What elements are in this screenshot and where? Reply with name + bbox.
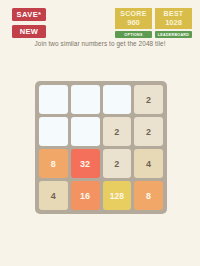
app-screen: SAVE* NEW SCORE 960 OPTIONS BEST 1028 LE… xyxy=(0,0,200,266)
score-value: 960 xyxy=(127,18,140,27)
tile-4: 4 xyxy=(134,149,163,178)
leaderboard-button[interactable]: LEADERBOARD xyxy=(155,31,192,38)
board-grid: 222832244161288 xyxy=(39,85,163,210)
tile-4: 4 xyxy=(39,181,68,210)
new-game-button[interactable]: NEW xyxy=(12,25,46,38)
options-button[interactable]: OPTIONS xyxy=(115,31,152,38)
file-buttons: SAVE* NEW xyxy=(12,8,46,38)
best-label: BEST xyxy=(164,10,184,18)
tile-2: 2 xyxy=(103,149,132,178)
tile-128: 128 xyxy=(103,181,132,210)
tile-2: 2 xyxy=(103,117,132,146)
empty-cell xyxy=(39,85,68,114)
tile-8: 8 xyxy=(134,181,163,210)
instruction-text: Join two similar numbers to get the 2048… xyxy=(0,40,200,47)
tile-2: 2 xyxy=(134,117,163,146)
game-board[interactable]: 222832244161288 xyxy=(35,81,167,214)
empty-cell xyxy=(71,85,100,114)
score-column: SCORE 960 OPTIONS xyxy=(115,8,152,38)
best-box: BEST 1028 xyxy=(155,8,192,29)
save-button[interactable]: SAVE* xyxy=(12,8,46,21)
empty-cell xyxy=(39,117,68,146)
empty-cell xyxy=(71,117,100,146)
tile-2: 2 xyxy=(134,85,163,114)
score-box: SCORE 960 xyxy=(115,8,152,29)
best-value: 1028 xyxy=(165,18,182,27)
score-panel: SCORE 960 OPTIONS BEST 1028 LEADERBOARD xyxy=(115,8,192,38)
empty-cell xyxy=(103,85,132,114)
tile-8: 8 xyxy=(39,149,68,178)
score-label: SCORE xyxy=(120,10,146,18)
tile-16: 16 xyxy=(71,181,100,210)
tile-32: 32 xyxy=(71,149,100,178)
best-column: BEST 1028 LEADERBOARD xyxy=(155,8,192,38)
